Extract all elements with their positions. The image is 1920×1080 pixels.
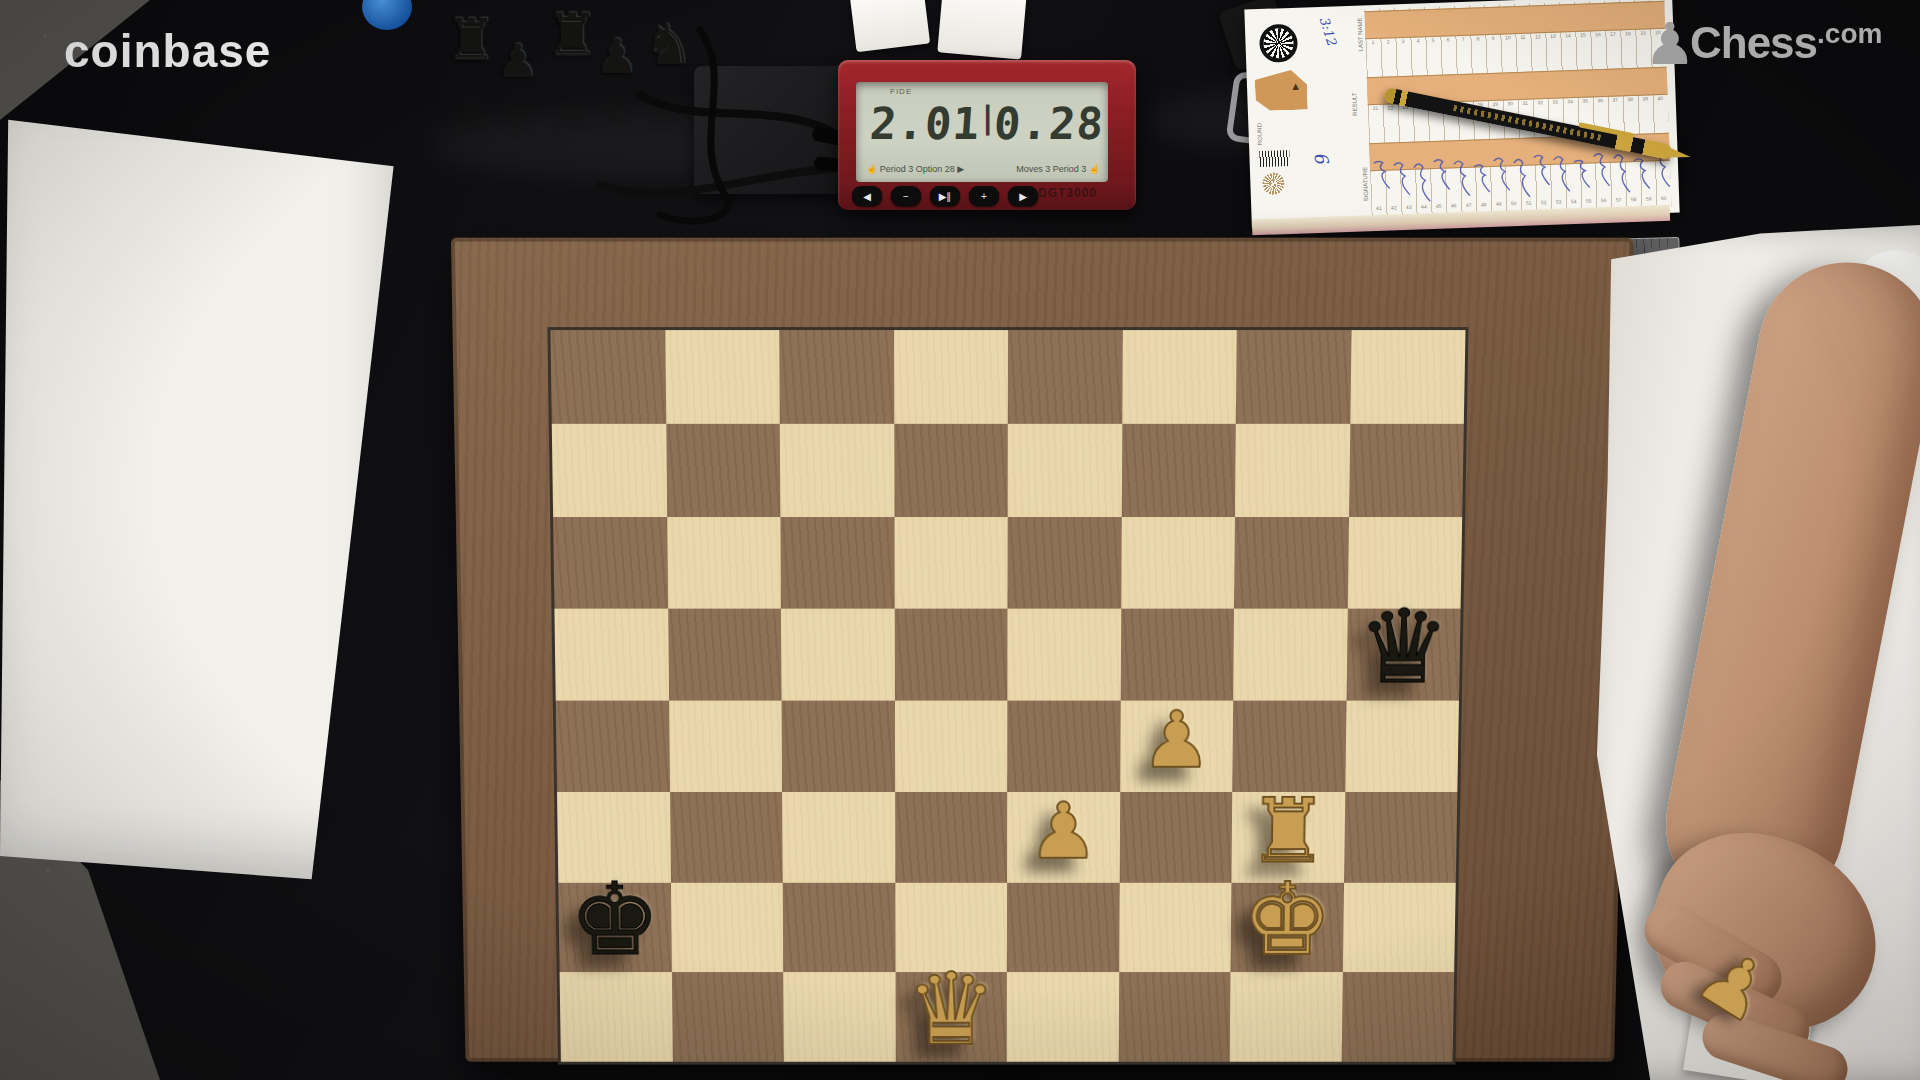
square-f7[interactable] <box>1119 882 1232 972</box>
white-pawn-piece[interactable]: ♟ <box>1141 701 1212 779</box>
square-h4[interactable]: ♛ <box>1346 609 1461 701</box>
square-d3[interactable] <box>894 517 1008 609</box>
square-g8[interactable] <box>1230 972 1343 1061</box>
chesscom-name: Chess <box>1690 18 1817 68</box>
square-b8[interactable] <box>671 972 783 1061</box>
square-c2[interactable] <box>780 424 894 517</box>
white-queen-piece[interactable]: ♛ <box>905 959 996 1058</box>
square-f1[interactable] <box>1122 330 1237 424</box>
square-e7[interactable] <box>1007 882 1119 972</box>
square-c1[interactable] <box>779 330 894 424</box>
square-e6[interactable]: ♟ <box>1007 792 1120 883</box>
square-e4[interactable] <box>1007 609 1120 701</box>
square-b6[interactable] <box>670 792 783 883</box>
square-e3[interactable] <box>1007 517 1121 609</box>
square-a2[interactable] <box>552 424 667 517</box>
square-e5[interactable] <box>1007 701 1120 792</box>
square-f3[interactable] <box>1121 517 1235 609</box>
square-h7[interactable] <box>1342 882 1455 972</box>
chesscom-pawn-icon: ♟ <box>1644 18 1696 70</box>
square-e8[interactable] <box>1007 972 1119 1061</box>
square-a4[interactable] <box>554 609 668 701</box>
square-h1[interactable] <box>1350 330 1466 424</box>
square-a8[interactable] <box>560 972 673 1061</box>
square-c6[interactable] <box>782 792 895 883</box>
square-b4[interactable] <box>668 609 782 701</box>
square-e2[interactable] <box>1008 424 1122 517</box>
square-f4[interactable] <box>1120 609 1234 701</box>
chesscom-tld: .com <box>1817 18 1882 50</box>
coinbase-logo: coinbase <box>64 24 271 78</box>
square-b7[interactable] <box>670 882 783 972</box>
square-e1[interactable] <box>1008 330 1123 424</box>
square-c4[interactable] <box>781 609 894 701</box>
square-h2[interactable] <box>1349 424 1464 517</box>
square-a7[interactable]: ♚ <box>558 882 671 972</box>
square-h6[interactable] <box>1344 792 1458 883</box>
square-c8[interactable] <box>783 972 895 1061</box>
square-g4[interactable] <box>1233 609 1347 701</box>
square-h8[interactable] <box>1341 972 1454 1061</box>
square-d1[interactable] <box>894 330 1008 424</box>
square-d8[interactable]: ♛ <box>895 972 1007 1061</box>
square-b5[interactable] <box>669 701 782 792</box>
square-a5[interactable] <box>556 701 670 792</box>
white-king-piece[interactable]: ♚ <box>1241 869 1333 969</box>
square-d6[interactable] <box>895 792 1008 883</box>
white-pawn-piece[interactable]: ♟ <box>1028 792 1099 869</box>
square-c5[interactable] <box>782 701 895 792</box>
chesscom-logo: ♟ Chess .com <box>1644 18 1882 70</box>
square-g7[interactable]: ♚ <box>1231 882 1344 972</box>
square-g1[interactable] <box>1236 330 1351 424</box>
chess-board: ♛♟♟♜♚♚♛ <box>550 330 1465 1062</box>
square-f6[interactable] <box>1119 792 1232 883</box>
square-a3[interactable] <box>553 517 668 609</box>
square-g3[interactable] <box>1234 517 1349 609</box>
square-d5[interactable] <box>894 701 1007 792</box>
square-h5[interactable] <box>1345 701 1459 792</box>
square-b3[interactable] <box>667 517 781 609</box>
square-b1[interactable] <box>665 330 780 424</box>
square-f2[interactable] <box>1121 424 1236 517</box>
square-g2[interactable] <box>1235 424 1350 517</box>
square-g5[interactable] <box>1232 701 1346 792</box>
square-b2[interactable] <box>666 424 781 517</box>
square-d2[interactable] <box>894 424 1008 517</box>
broadcast-frame: ♜♜♟♟♜♜♟♟♞♞ FIDE 2.01 ❘ 0.28 ☝ Period 3 O… <box>0 0 1920 1080</box>
square-d4[interactable] <box>894 609 1007 701</box>
black-king-piece[interactable]: ♚ <box>569 869 661 969</box>
square-c7[interactable] <box>783 882 895 972</box>
square-c3[interactable] <box>780 517 894 609</box>
square-f5[interactable]: ♟ <box>1120 701 1233 792</box>
square-f8[interactable] <box>1118 972 1230 1061</box>
white-rook-piece[interactable]: ♜ <box>1247 785 1329 874</box>
square-a1[interactable] <box>550 330 665 424</box>
black-queen-piece[interactable]: ♛ <box>1357 596 1451 698</box>
